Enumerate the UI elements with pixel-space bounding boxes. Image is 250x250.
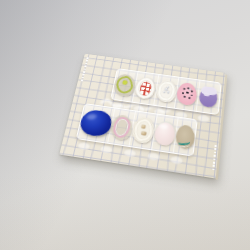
black-dot	[183, 88, 185, 90]
tray-slot	[174, 118, 197, 156]
scene	[0, 0, 250, 250]
pocket-imprint	[196, 113, 210, 122]
white-wave-line	[179, 142, 191, 148]
gloss-highlight	[86, 113, 97, 120]
tray-slot	[196, 80, 220, 114]
silver-gem	[163, 91, 165, 93]
nail-tip-bottom-3	[130, 116, 156, 144]
nail-tip-top-4	[176, 82, 197, 106]
black-dot	[182, 92, 184, 94]
nail-tip-top-5	[199, 86, 219, 109]
nail-tip-top-2	[133, 76, 157, 101]
silver-gem	[167, 86, 169, 88]
nail-tip-bottom-1	[79, 110, 112, 137]
black-dot	[191, 94, 193, 96]
nail-tip-bottom-5	[175, 124, 195, 148]
black-dot	[188, 97, 190, 99]
chartreuse-dot	[122, 80, 127, 84]
gold-glitter-dot	[141, 131, 146, 135]
nail-tip-bottom-4	[153, 120, 177, 147]
lime-squiggle-outline	[116, 76, 133, 94]
display-card	[59, 54, 225, 179]
nail-tip-bottom-2	[110, 114, 133, 140]
nail-tip-top-1	[113, 74, 136, 97]
black-dot	[191, 90, 193, 92]
white-squiggle-outline	[133, 118, 154, 142]
black-dot	[186, 92, 189, 94]
pocket-imprint	[123, 148, 138, 158]
nail-tip-top-3	[155, 79, 178, 103]
pink-squiggle-outline	[112, 115, 132, 138]
pocket-imprint	[99, 144, 114, 154]
pocket-imprint	[169, 155, 184, 165]
pocket-imprint	[76, 141, 91, 151]
pocket-imprint	[146, 151, 161, 161]
pearl-sheen	[159, 123, 169, 129]
black-dot	[184, 96, 186, 98]
white-squiggle-outline	[157, 81, 175, 101]
